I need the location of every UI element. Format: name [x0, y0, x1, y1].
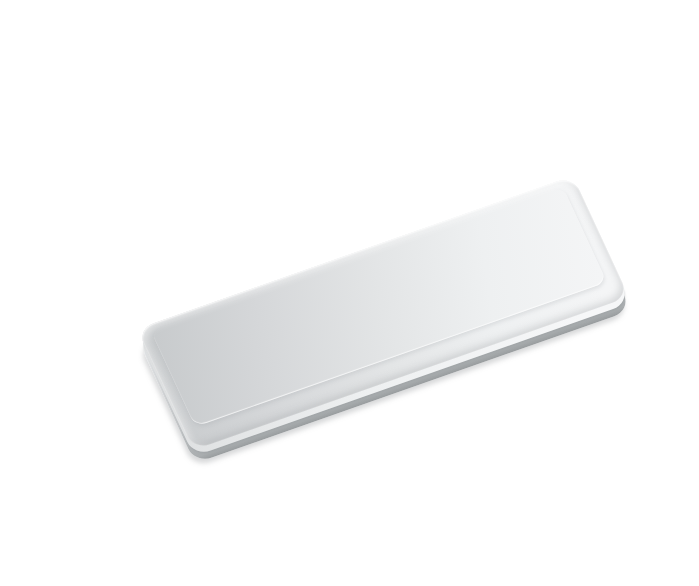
cable-entry-plate	[137, 176, 629, 450]
photo-stage	[0, 0, 699, 586]
scene-caption	[0, 0, 1, 1]
plate-top-face	[137, 176, 629, 450]
